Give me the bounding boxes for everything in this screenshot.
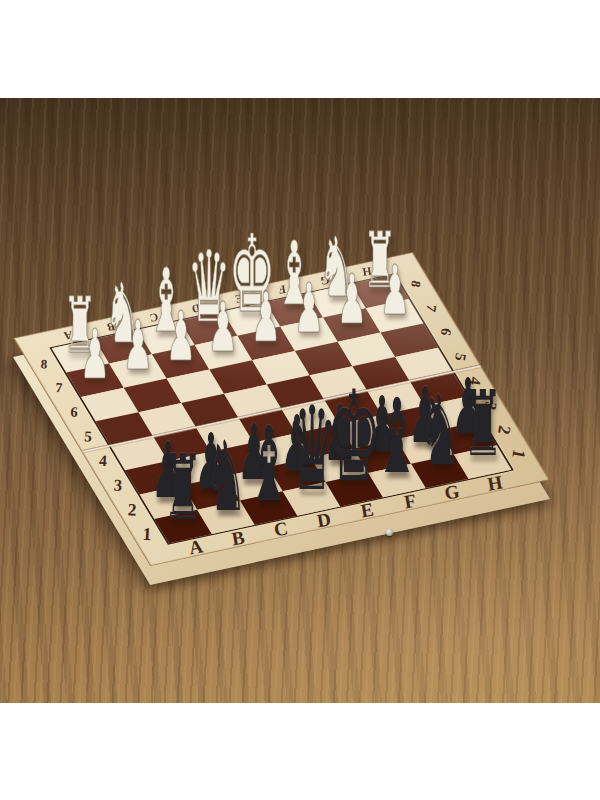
product-photo-page: AABBCCDDEEFFGGHH1122334455667788 ♜♞♝♛♚♝♞… xyxy=(0,0,600,800)
photo-area: AABBCCDDEEFFGGHH1122334455667788 ♜♞♝♛♚♝♞… xyxy=(0,98,600,703)
hinge-screw xyxy=(386,529,393,536)
